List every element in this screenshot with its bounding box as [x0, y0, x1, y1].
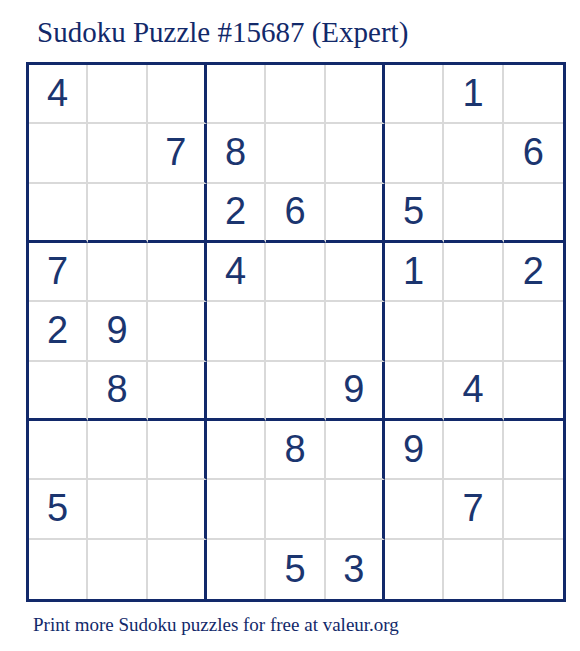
cell-r2c6 [326, 124, 385, 183]
cell-r9c1 [29, 540, 88, 599]
cell-r3c9 [504, 184, 563, 243]
cell-r6c5 [266, 362, 325, 421]
cell-r4c8 [444, 243, 503, 302]
cell-r1c2 [88, 65, 147, 124]
cell-r3c4: 2 [207, 184, 266, 243]
cell-r2c1 [29, 124, 88, 183]
cell-r8c7 [385, 480, 444, 539]
cell-r8c8: 7 [444, 480, 503, 539]
cell-r8c5 [266, 480, 325, 539]
cell-r5c5 [266, 302, 325, 361]
cell-r8c2 [88, 480, 147, 539]
cell-r5c1: 2 [29, 302, 88, 361]
cell-r6c9 [504, 362, 563, 421]
cell-r2c7 [385, 124, 444, 183]
cell-r4c2 [88, 243, 147, 302]
sudoku-board: 41786265741229894895753 [26, 62, 566, 602]
cell-r6c3 [148, 362, 207, 421]
cell-r5c7 [385, 302, 444, 361]
cell-r2c5 [266, 124, 325, 183]
cell-r1c9 [504, 65, 563, 124]
cell-r5c4 [207, 302, 266, 361]
cell-r5c9 [504, 302, 563, 361]
cell-r4c9: 2 [504, 243, 563, 302]
cell-r1c5 [266, 65, 325, 124]
cell-r8c9 [504, 480, 563, 539]
cell-r2c9: 6 [504, 124, 563, 183]
cell-r9c9 [504, 540, 563, 599]
cell-r3c8 [444, 184, 503, 243]
cell-r3c1 [29, 184, 88, 243]
cell-r7c5: 8 [266, 421, 325, 480]
cell-r2c4: 8 [207, 124, 266, 183]
cell-r1c3 [148, 65, 207, 124]
cell-r7c9 [504, 421, 563, 480]
cell-r2c8 [444, 124, 503, 183]
cell-r8c6 [326, 480, 385, 539]
cell-r9c6: 3 [326, 540, 385, 599]
cell-r5c3 [148, 302, 207, 361]
cell-r6c6: 9 [326, 362, 385, 421]
cell-r7c1 [29, 421, 88, 480]
cell-r3c3 [148, 184, 207, 243]
cell-r7c2 [88, 421, 147, 480]
sudoku-page: Sudoku Puzzle #15687 (Expert) 4178626574… [0, 0, 580, 651]
cell-r9c5: 5 [266, 540, 325, 599]
cell-r7c6 [326, 421, 385, 480]
cell-r7c4 [207, 421, 266, 480]
cell-r7c7: 9 [385, 421, 444, 480]
cell-r4c5 [266, 243, 325, 302]
cell-r8c1: 5 [29, 480, 88, 539]
cell-r1c1: 4 [29, 65, 88, 124]
cell-r6c1 [29, 362, 88, 421]
cell-r4c7: 1 [385, 243, 444, 302]
cell-r4c6 [326, 243, 385, 302]
cell-r9c2 [88, 540, 147, 599]
cell-r5c8 [444, 302, 503, 361]
cell-r3c7: 5 [385, 184, 444, 243]
cell-r9c8 [444, 540, 503, 599]
cell-r1c8: 1 [444, 65, 503, 124]
cell-r1c7 [385, 65, 444, 124]
footer-note: Print more Sudoku puzzles for free at va… [33, 614, 399, 636]
cell-r7c3 [148, 421, 207, 480]
cell-r9c7 [385, 540, 444, 599]
cell-r2c2 [88, 124, 147, 183]
cell-r5c2: 9 [88, 302, 147, 361]
cell-r3c5: 6 [266, 184, 325, 243]
cell-r3c2 [88, 184, 147, 243]
cell-r1c6 [326, 65, 385, 124]
cell-r8c3 [148, 480, 207, 539]
cell-r4c3 [148, 243, 207, 302]
cell-r6c4 [207, 362, 266, 421]
cell-r6c8: 4 [444, 362, 503, 421]
cell-r7c8 [444, 421, 503, 480]
cell-r4c4: 4 [207, 243, 266, 302]
cell-r3c6 [326, 184, 385, 243]
cell-r5c6 [326, 302, 385, 361]
cell-r9c4 [207, 540, 266, 599]
cell-r6c7 [385, 362, 444, 421]
cell-r8c4 [207, 480, 266, 539]
cell-r1c4 [207, 65, 266, 124]
cell-r9c3 [148, 540, 207, 599]
cell-r2c3: 7 [148, 124, 207, 183]
cell-r6c2: 8 [88, 362, 147, 421]
page-title: Sudoku Puzzle #15687 (Expert) [37, 16, 408, 49]
cell-r4c1: 7 [29, 243, 88, 302]
